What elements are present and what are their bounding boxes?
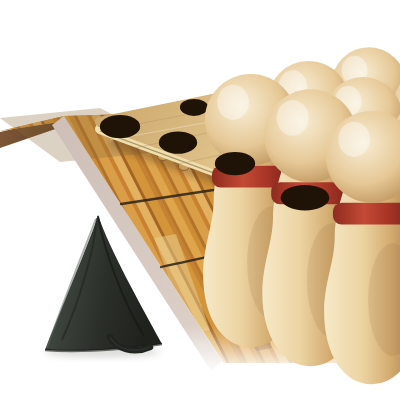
- scene-graphic: GOSPORT: [0, 0, 400, 400]
- product-photo: GOSPORT: [0, 0, 400, 400]
- bowling-pin-6: [324, 111, 400, 384]
